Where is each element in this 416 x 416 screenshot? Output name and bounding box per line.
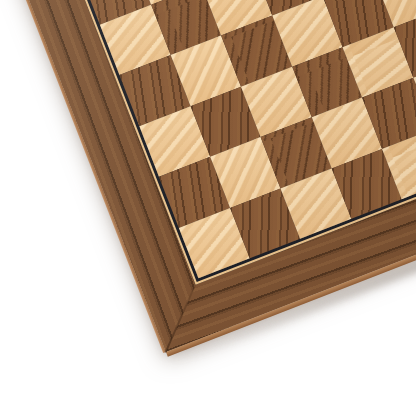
chessboard — [0, 0, 416, 352]
photo-background — [0, 0, 416, 416]
